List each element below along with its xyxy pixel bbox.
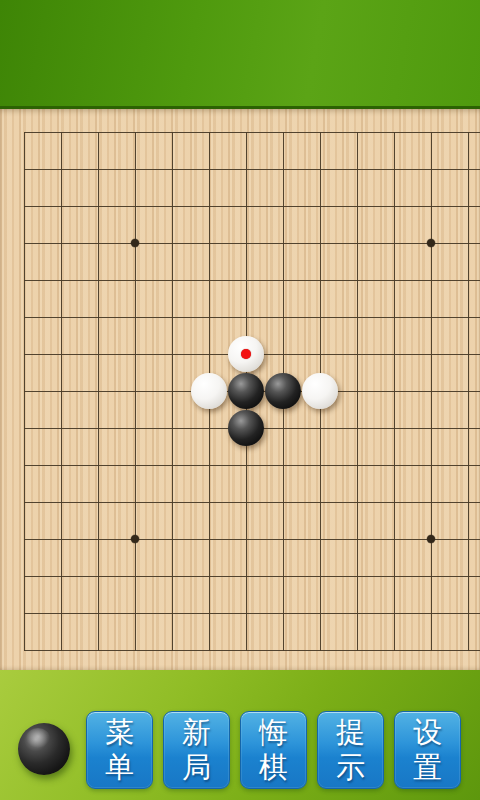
bottom-toolbar: 菜单 新局 悔棋 提示 设置: [0, 670, 480, 800]
star-point: [131, 535, 140, 544]
menu-button[interactable]: 菜单: [86, 711, 153, 789]
star-point: [427, 239, 436, 248]
hint-button[interactable]: 提示: [317, 711, 384, 789]
stone-black: [228, 410, 264, 446]
menu-button-label: 菜单: [105, 715, 134, 785]
toolbar-button-row: 菜单 新局 悔棋 提示 设置: [86, 711, 461, 789]
hint-button-label: 提示: [336, 715, 365, 785]
star-point: [131, 239, 140, 248]
stone-white: [302, 373, 338, 409]
stone-white: [228, 336, 264, 372]
settings-button-label: 设置: [413, 715, 442, 785]
settings-button[interactable]: 设置: [394, 711, 461, 789]
undo-button[interactable]: 悔棋: [240, 711, 307, 789]
star-point: [427, 535, 436, 544]
stone-black: [265, 373, 301, 409]
gomoku-board[interactable]: [0, 109, 480, 670]
app-screen: 菜单 新局 悔棋 提示 设置: [0, 0, 480, 800]
last-move-marker: [241, 349, 251, 359]
black-turn-indicator-stone: [18, 723, 70, 775]
stone-white: [191, 373, 227, 409]
new-game-button[interactable]: 新局: [163, 711, 230, 789]
top-banner: [0, 0, 480, 109]
undo-button-label: 悔棋: [259, 715, 288, 785]
stone-black: [228, 373, 264, 409]
new-game-button-label: 新局: [182, 715, 211, 785]
board-grid[interactable]: [24, 132, 480, 651]
